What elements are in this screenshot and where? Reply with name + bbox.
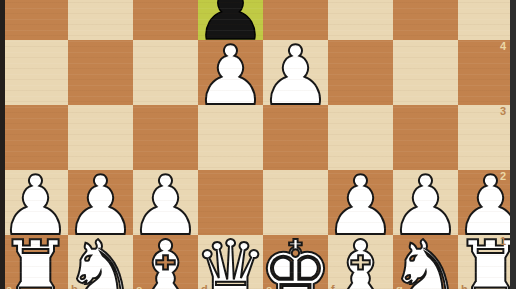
square-b1[interactable]: ♞: [68, 235, 133, 289]
white-pawn[interactable]: ♟: [259, 43, 333, 108]
square-a1[interactable]: ♜: [3, 235, 68, 289]
letterbox-left: [0, 0, 5, 289]
square-e1[interactable]: ♚: [263, 235, 328, 289]
square-e4[interactable]: ♟: [263, 40, 328, 105]
file-label-h: h: [461, 284, 468, 289]
square-d4[interactable]: ♟: [198, 40, 263, 105]
square-h4[interactable]: [458, 40, 516, 105]
square-f1[interactable]: ♝: [328, 235, 393, 289]
white-rook[interactable]: ♜: [454, 238, 516, 289]
file-label-f: f: [331, 284, 335, 289]
square-d3[interactable]: [198, 105, 263, 170]
square-g5[interactable]: [393, 0, 458, 40]
chess-app-screen: ♟♟♟♟♟♟♟♟♟♜♞♝♛♚♝♞♜ 4321abcdefgh: [0, 0, 516, 289]
rank-label-3: 3: [492, 106, 506, 117]
letterbox-right: [510, 0, 516, 289]
square-g1[interactable]: ♞: [393, 235, 458, 289]
file-label-e: e: [266, 284, 272, 289]
white-rook[interactable]: ♜: [0, 238, 72, 289]
chess-board: ♟♟♟♟♟♟♟♟♟♜♞♝♛♚♝♞♜: [3, 0, 516, 289]
square-c4[interactable]: [133, 40, 198, 105]
square-b4[interactable]: [68, 40, 133, 105]
square-h1[interactable]: ♜: [458, 235, 516, 289]
white-queen[interactable]: ♛: [194, 238, 268, 289]
square-h5[interactable]: [458, 0, 516, 40]
square-c1[interactable]: ♝: [133, 235, 198, 289]
white-knight[interactable]: ♞: [389, 238, 463, 289]
square-e3[interactable]: [263, 105, 328, 170]
white-bishop[interactable]: ♝: [324, 238, 398, 289]
square-c5[interactable]: [133, 0, 198, 40]
file-label-b: b: [71, 284, 78, 289]
square-f5[interactable]: [328, 0, 393, 40]
square-f4[interactable]: [328, 40, 393, 105]
rank-label-4: 4: [492, 41, 506, 52]
file-label-g: g: [396, 284, 403, 289]
square-d1[interactable]: ♛: [198, 235, 263, 289]
square-b5[interactable]: [68, 0, 133, 40]
white-bishop[interactable]: ♝: [129, 238, 203, 289]
square-a4[interactable]: [3, 40, 68, 105]
square-a5[interactable]: [3, 0, 68, 40]
file-label-d: d: [201, 284, 208, 289]
file-label-c: c: [136, 284, 142, 289]
file-label-a: a: [6, 284, 12, 289]
rank-label-1: 1: [492, 236, 506, 247]
rank-label-2: 2: [492, 171, 506, 182]
white-pawn[interactable]: ♟: [194, 43, 268, 108]
white-knight[interactable]: ♞: [64, 238, 138, 289]
white-king[interactable]: ♚: [259, 238, 333, 289]
square-g4[interactable]: [393, 40, 458, 105]
